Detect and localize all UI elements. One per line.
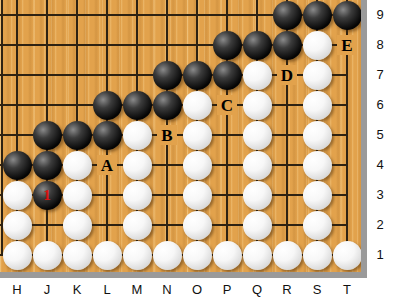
stone-black[interactable] [93, 121, 122, 150]
stone-black[interactable] [213, 61, 242, 90]
stone-white[interactable] [183, 241, 212, 270]
coord-col-S: S [307, 281, 327, 299]
stone-white[interactable] [63, 151, 92, 180]
grid-line-horizontal [0, 224, 348, 226]
stone-white[interactable] [303, 121, 332, 150]
stone-black[interactable] [183, 61, 212, 90]
go-diagram-screenshot: { "game": "Go", "board": { "columns": ["… [0, 0, 393, 302]
stone-white[interactable] [3, 211, 32, 240]
stone-black[interactable] [213, 31, 242, 60]
stone-white[interactable] [303, 61, 332, 90]
stone-black[interactable] [153, 61, 182, 90]
stone-white[interactable] [63, 211, 92, 240]
stone-black[interactable] [303, 1, 332, 30]
stone-white[interactable] [183, 151, 212, 180]
stone-white[interactable] [303, 151, 332, 180]
coord-row-4: 4 [368, 157, 392, 173]
coord-col-Q: Q [247, 281, 267, 299]
stone-black[interactable] [273, 31, 302, 60]
grid-line-vertical [1, 0, 3, 256]
coord-row-7: 7 [368, 67, 392, 83]
stone-black[interactable] [33, 151, 62, 180]
stone-white[interactable] [243, 121, 272, 150]
stone-white[interactable] [303, 91, 332, 120]
stone-black[interactable] [243, 31, 272, 60]
point-label-D[interactable]: D [277, 65, 297, 85]
stone-black[interactable] [93, 91, 122, 120]
stone-white[interactable] [123, 121, 152, 150]
coord-col-L: L [97, 281, 117, 299]
stone-white[interactable] [243, 211, 272, 240]
point-label-E[interactable]: E [337, 35, 357, 55]
stone-white[interactable] [123, 241, 152, 270]
board-bottom-border [0, 272, 367, 278]
stone-white[interactable] [303, 211, 332, 240]
stone-white[interactable] [243, 181, 272, 210]
stone-white[interactable] [63, 241, 92, 270]
coord-row-1: 1 [368, 247, 392, 263]
coord-row-3: 3 [368, 187, 392, 203]
coord-col-P: P [217, 281, 237, 299]
stone-white[interactable] [33, 241, 62, 270]
stone-white[interactable] [213, 241, 242, 270]
stone-white[interactable] [3, 181, 32, 210]
point-label-A[interactable]: A [97, 155, 117, 175]
stone-black[interactable] [3, 151, 32, 180]
stone-white[interactable] [303, 31, 332, 60]
coord-col-O: O [187, 281, 207, 299]
stone-black[interactable] [33, 121, 62, 150]
stone-white[interactable] [303, 181, 332, 210]
coord-row-2: 2 [368, 217, 392, 233]
stone-white[interactable] [63, 181, 92, 210]
stone-white[interactable] [243, 151, 272, 180]
stone-black[interactable] [273, 1, 302, 30]
stone-black[interactable] [333, 1, 362, 30]
stone-white[interactable] [93, 241, 122, 270]
stone-white[interactable] [243, 61, 272, 90]
coord-row-6: 6 [368, 97, 392, 113]
coord-col-H: H [7, 281, 27, 299]
stone-white[interactable] [123, 181, 152, 210]
point-label-C[interactable]: C [217, 95, 237, 115]
coord-row-5: 5 [368, 127, 392, 143]
point-label-B[interactable]: B [157, 125, 177, 145]
stone-white[interactable] [183, 211, 212, 240]
coord-col-K: K [67, 281, 87, 299]
stone-white[interactable] [3, 241, 32, 270]
stone-black[interactable] [63, 121, 92, 150]
coord-col-R: R [277, 281, 297, 299]
stone-white[interactable] [123, 211, 152, 240]
coord-col-N: N [157, 281, 177, 299]
stone-black[interactable] [153, 91, 182, 120]
coord-col-T: T [337, 281, 357, 299]
stone-white[interactable] [333, 241, 362, 270]
coord-row-8: 8 [368, 37, 392, 53]
stone-white[interactable] [153, 241, 182, 270]
stone-white[interactable] [183, 121, 212, 150]
go-board[interactable]: EDCBA1 [0, 0, 361, 272]
stone-white[interactable] [243, 91, 272, 120]
stone-white[interactable] [273, 241, 302, 270]
coord-col-M: M [127, 281, 147, 299]
stone-white[interactable] [183, 181, 212, 210]
coord-row-9: 9 [368, 7, 392, 23]
stone-white[interactable] [243, 241, 272, 270]
move-number: 1 [43, 188, 51, 203]
scene: EDCBA1 HJKLMNOPQRST987654321 [0, 0, 393, 302]
stone-black[interactable]: 1 [33, 181, 62, 210]
coord-col-J: J [37, 281, 57, 299]
board-right-border [361, 0, 367, 278]
stone-black[interactable] [123, 91, 152, 120]
stone-white[interactable] [303, 241, 332, 270]
stone-white[interactable] [123, 151, 152, 180]
stone-white[interactable] [183, 91, 212, 120]
